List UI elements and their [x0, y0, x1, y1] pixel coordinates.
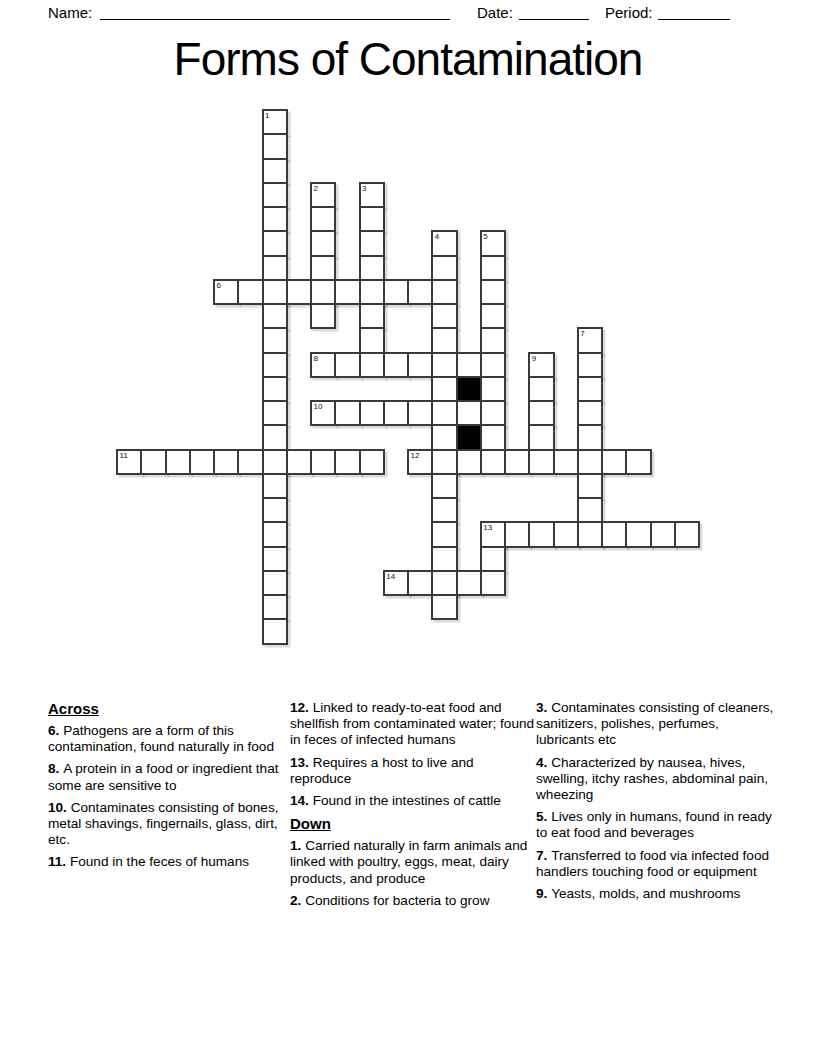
clues-heading-across: Across [48, 700, 285, 717]
clue-number-label: 9. [536, 886, 551, 901]
clue-9: 9. Yeasts, molds, and mushrooms [536, 886, 777, 902]
cell-r14-c2[interactable] [165, 449, 191, 475]
clue-number-label: 3. [536, 700, 551, 715]
cell-r4-c6[interactable] [262, 206, 288, 232]
cell-r12-c10[interactable] [359, 400, 385, 426]
cell-r12-c6[interactable] [262, 400, 288, 426]
grid-number-2: 2 [314, 185, 318, 193]
clue-1: 1. Carried naturally in farm animals and… [290, 838, 536, 887]
cell-r17-c22[interactable] [650, 521, 676, 547]
cell-r12-c14[interactable] [456, 400, 482, 426]
clue-2: 2. Conditions for bacteria to grow [290, 893, 536, 909]
cell-r16-c19[interactable] [577, 497, 603, 523]
cell-r13-c6[interactable] [262, 424, 288, 450]
cell-r11-c15[interactable] [480, 376, 506, 402]
grid-number-13: 13 [483, 524, 492, 532]
cell-r14-c1[interactable] [140, 449, 166, 475]
cell-r10-c14[interactable] [456, 352, 482, 378]
cell-r19-c12[interactable] [407, 570, 433, 596]
cell-r12-c13[interactable] [431, 400, 457, 426]
grid-number-11: 11 [120, 452, 128, 460]
grid-number-4: 4 [435, 233, 439, 241]
clue-number-label: 6. [48, 723, 63, 738]
clue-14: 14. Found in the intestines of cattle [290, 793, 536, 809]
cell-r7-c8[interactable] [310, 279, 336, 305]
cell-r14-c18[interactable] [553, 449, 579, 475]
clue-12: 12. Linked to ready-to-eat food and shel… [290, 700, 536, 749]
cell-r21-c6[interactable] [262, 618, 288, 644]
cell-r8-c13[interactable] [431, 303, 457, 329]
cell-r12-c15[interactable] [480, 400, 506, 426]
cell-r3-c6[interactable] [262, 182, 288, 208]
cell-r14-c13[interactable] [431, 449, 457, 475]
cell-r15-c13[interactable] [431, 473, 457, 499]
cell-r14-c21[interactable] [625, 449, 651, 475]
clue-number-label: 5. [536, 809, 551, 824]
cell-r14-c17[interactable] [528, 449, 554, 475]
cell-r1-c6[interactable] [262, 133, 288, 159]
cell-r7-c6[interactable] [262, 279, 288, 305]
cell-r14-c6[interactable] [262, 449, 288, 475]
clue-number-label: 4. [536, 755, 551, 770]
cell-r14-c15[interactable] [480, 449, 506, 475]
clue-4: 4. Characterized by nausea, hives, swell… [536, 755, 777, 804]
cell-r17-c6[interactable] [262, 521, 288, 547]
cell-r7-c13[interactable] [431, 279, 457, 305]
cell-r5-c6[interactable] [262, 230, 288, 256]
cell-r6-c10[interactable] [359, 255, 385, 281]
cell-r20-c13[interactable] [431, 594, 457, 620]
grid-number-5: 5 [483, 233, 487, 241]
cell-r17-c21[interactable] [625, 521, 651, 547]
cell-r17-c17[interactable] [528, 521, 554, 547]
cell-r10-c12[interactable] [407, 352, 433, 378]
cell-r8-c6[interactable] [262, 303, 288, 329]
clue-8: 8. A protein in a food or ingredient tha… [48, 761, 285, 793]
cell-r6-c6[interactable] [262, 255, 288, 281]
clue-7: 7. Transferred to food via infected food… [536, 848, 777, 880]
black-cell-r11-c14 [456, 376, 482, 402]
cell-r14-c20[interactable] [601, 449, 627, 475]
cell-r11-c19[interactable] [577, 376, 603, 402]
cell-r8-c8[interactable] [310, 303, 336, 329]
black-cell-r13-c14 [456, 424, 482, 450]
clue-column-3: 3. Contaminates consisting of cleaners, … [536, 700, 777, 908]
grid-number-9: 9 [532, 355, 536, 363]
clue-13: 13. Requires a host to live and reproduc… [290, 755, 536, 787]
cell-r7-c11[interactable] [383, 279, 409, 305]
cell-r4-c8[interactable] [310, 206, 336, 232]
cell-r12-c9[interactable] [334, 400, 360, 426]
cell-r14-c7[interactable] [286, 449, 312, 475]
clue-number-label: 2. [290, 893, 305, 908]
cell-r18-c6[interactable] [262, 546, 288, 572]
clue-11: 11. Found in the feces of humans [48, 854, 285, 870]
clue-column-1: Across6. Pathogens are a form of this co… [48, 700, 285, 877]
cell-r17-c13[interactable] [431, 521, 457, 547]
cell-r12-c17[interactable] [528, 400, 554, 426]
grid-number-12: 12 [411, 452, 420, 460]
cell-r13-c17[interactable] [528, 424, 554, 450]
cell-r20-c6[interactable] [262, 594, 288, 620]
cell-r14-c14[interactable] [456, 449, 482, 475]
clue-column-2: 12. Linked to ready-to-eat food and shel… [290, 700, 536, 915]
cell-r10-c19[interactable] [577, 352, 603, 378]
cell-r8-c15[interactable] [480, 303, 506, 329]
cell-r17-c20[interactable] [601, 521, 627, 547]
clue-number-label: 13. [290, 755, 313, 770]
clue-6: 6. Pathogens are a form of this contamin… [48, 723, 285, 755]
cell-r7-c15[interactable] [480, 279, 506, 305]
cell-r17-c23[interactable] [674, 521, 700, 547]
cell-r6-c8[interactable] [310, 255, 336, 281]
cell-r19-c13[interactable] [431, 570, 457, 596]
cell-r13-c13[interactable] [431, 424, 457, 450]
clue-number-label: 10. [48, 800, 71, 815]
clue-10: 10. Contaminates consisting of bones, me… [48, 800, 285, 849]
cell-r10-c9[interactable] [334, 352, 360, 378]
cell-r6-c15[interactable] [480, 255, 506, 281]
cell-r9-c13[interactable] [431, 327, 457, 353]
grid-number-7: 7 [580, 330, 584, 338]
cell-r4-c10[interactable] [359, 206, 385, 232]
cell-r11-c17[interactable] [528, 376, 554, 402]
cell-r14-c8[interactable] [310, 449, 336, 475]
grid-number-10: 10 [314, 403, 323, 411]
cell-r18-c13[interactable] [431, 546, 457, 572]
grid-number-8: 8 [314, 355, 318, 363]
cell-r14-c16[interactable] [504, 449, 530, 475]
clue-number-label: 12. [290, 700, 313, 715]
grid-number-1: 1 [265, 112, 269, 120]
grid-number-6: 6 [217, 282, 221, 290]
cell-r11-c6[interactable] [262, 376, 288, 402]
cell-r8-c10[interactable] [359, 303, 385, 329]
cell-r18-c15[interactable] [480, 546, 506, 572]
cell-r5-c8[interactable] [310, 230, 336, 256]
cell-r14-c9[interactable] [334, 449, 360, 475]
cell-r10-c11[interactable] [383, 352, 409, 378]
cell-r5-c10[interactable] [359, 230, 385, 256]
clue-5: 5. Lives only in humans, found in ready … [536, 809, 777, 841]
cell-r9-c15[interactable] [480, 327, 506, 353]
cell-r17-c19[interactable] [577, 521, 603, 547]
cell-r15-c6[interactable] [262, 473, 288, 499]
cell-r14-c3[interactable] [189, 449, 215, 475]
clues-heading-down: Down [290, 815, 536, 832]
cell-r12-c19[interactable] [577, 400, 603, 426]
cell-r19-c15[interactable] [480, 570, 506, 596]
cell-r9-c6[interactable] [262, 327, 288, 353]
cell-r10-c13[interactable] [431, 352, 457, 378]
cell-r6-c13[interactable] [431, 255, 457, 281]
cell-r14-c10[interactable] [359, 449, 385, 475]
clue-3: 3. Contaminates consisting of cleaners, … [536, 700, 777, 749]
cell-r10-c6[interactable] [262, 352, 288, 378]
cell-r19-c14[interactable] [456, 570, 482, 596]
clue-number-label: 11. [48, 854, 70, 869]
cell-r7-c9[interactable] [334, 279, 360, 305]
grid-number-14: 14 [386, 573, 395, 581]
clue-number-label: 1. [290, 838, 305, 853]
cell-r7-c12[interactable] [407, 279, 433, 305]
cell-r12-c11[interactable] [383, 400, 409, 426]
cell-r14-c5[interactable] [237, 449, 263, 475]
cell-r19-c6[interactable] [262, 570, 288, 596]
clue-number-label: 7. [536, 848, 551, 863]
cell-r10-c15[interactable] [480, 352, 506, 378]
cell-r7-c7[interactable] [286, 279, 312, 305]
cell-r10-c10[interactable] [359, 352, 385, 378]
cell-r12-c12[interactable] [407, 400, 433, 426]
cell-r11-c13[interactable] [431, 376, 457, 402]
cell-r2-c6[interactable] [262, 158, 288, 184]
cell-r13-c15[interactable] [480, 424, 506, 450]
cell-r14-c19[interactable] [577, 449, 603, 475]
cell-r15-c19[interactable] [577, 473, 603, 499]
cell-r17-c16[interactable] [504, 521, 530, 547]
cell-r9-c10[interactable] [359, 327, 385, 353]
grid-number-3: 3 [362, 185, 366, 193]
cell-r16-c13[interactable] [431, 497, 457, 523]
clue-number-label: 8. [48, 761, 63, 776]
crossword-grid: 1234567891011121314 [0, 0, 816, 700]
cell-r13-c19[interactable] [577, 424, 603, 450]
cell-r16-c6[interactable] [262, 497, 288, 523]
cell-r17-c18[interactable] [553, 521, 579, 547]
cell-r7-c5[interactable] [237, 279, 263, 305]
cell-r14-c4[interactable] [213, 449, 239, 475]
cell-r7-c10[interactable] [359, 279, 385, 305]
clue-number-label: 14. [290, 793, 313, 808]
